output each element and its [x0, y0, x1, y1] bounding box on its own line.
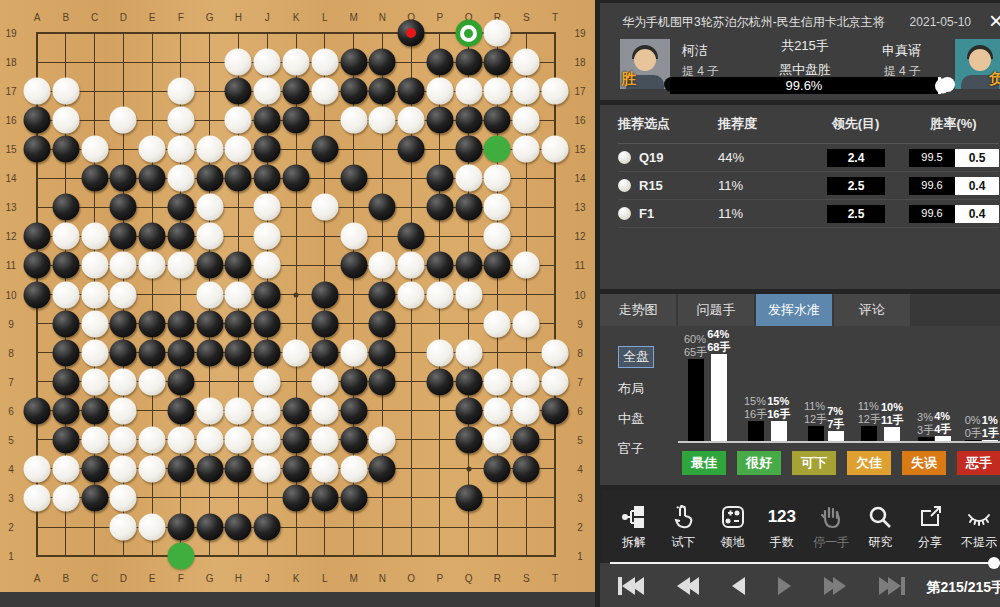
black-stone-B11 — [52, 252, 79, 279]
coord-label: 12 — [574, 231, 585, 242]
white-stone-C7 — [81, 368, 108, 395]
coord-label: 3 — [577, 492, 583, 503]
black-stone-R16 — [484, 107, 511, 134]
coord-label: 2 — [577, 522, 583, 533]
close-icon[interactable]: × — [981, 9, 1000, 35]
category-chip-欠佳: 欠佳 — [847, 451, 891, 475]
black-stone-L9 — [311, 310, 338, 337]
black-stone-N17 — [369, 78, 396, 105]
coord-label: 4 — [8, 463, 14, 474]
white-stone-O16 — [398, 107, 425, 134]
black-stone-E8 — [139, 339, 166, 366]
black-stone-P18 — [426, 49, 453, 76]
bar-label: 11%12手 — [858, 400, 881, 426]
coord-label: S — [523, 12, 530, 23]
black-stone-G9 — [196, 310, 223, 337]
black-stone-Q13 — [455, 194, 482, 221]
black-stone-G2 — [196, 514, 223, 541]
white-stone-J18 — [254, 49, 281, 76]
black-stone-P7 — [426, 368, 453, 395]
black-stone-L15 — [311, 136, 338, 163]
black-stone-N10 — [369, 281, 396, 308]
black-stone-K14 — [283, 165, 310, 192]
bar-label: 64%68手 — [707, 328, 730, 354]
black-stone-T6 — [542, 397, 569, 424]
black-stone-K17 — [283, 78, 310, 105]
white-stone-J12 — [254, 223, 281, 250]
black-stone-D8 — [110, 339, 137, 366]
black-stone-Q6 — [455, 397, 482, 424]
white-stone-N5 — [369, 426, 396, 453]
coord-label: H — [235, 573, 242, 584]
coord-label: P — [437, 12, 444, 23]
black-stone-H8 — [225, 339, 252, 366]
col-header-degree: 推荐度 — [718, 115, 803, 133]
coord-label: 4 — [577, 463, 583, 474]
coord-label: J — [265, 12, 270, 23]
black-stone-B5 — [52, 426, 79, 453]
coord-label: 13 — [574, 202, 585, 213]
coord-label: 10 — [5, 289, 16, 300]
top-recommendation-marker — [455, 20, 482, 47]
coord-label: 9 — [577, 318, 583, 329]
bar-label: 7%7手 — [827, 405, 844, 431]
white-stone-F16 — [167, 107, 194, 134]
coord-label: C — [91, 12, 98, 23]
bar-group-失误: 3%3手4%4手 — [917, 410, 951, 441]
white-stone-A17 — [24, 78, 51, 105]
coord-label: R — [494, 573, 501, 584]
white-stone-C15 — [81, 136, 108, 163]
fast-forward-button[interactable] — [824, 577, 846, 595]
white-stone-F15 — [167, 136, 194, 163]
territory-button[interactable]: 领地 — [711, 504, 755, 551]
coord-label: 1 — [577, 551, 583, 562]
black-bar-失误 — [918, 437, 934, 441]
black-result-badge: 胜 — [621, 70, 636, 89]
white-stone-C10 — [81, 281, 108, 308]
recommendation-row[interactable]: R15 11% 2.5 99.6 0.4 — [618, 172, 999, 200]
white-stone-D7 — [110, 368, 137, 395]
white-stone-S16 — [513, 107, 540, 134]
black-stone-Q3 — [455, 484, 482, 511]
black-stone-M11 — [340, 252, 367, 279]
black-stone-A16 — [24, 107, 51, 134]
black-stone-H4 — [225, 455, 252, 482]
white-stone-L5 — [311, 426, 338, 453]
coord-label: T — [552, 573, 558, 584]
coord-label: 16 — [574, 115, 585, 126]
coord-label: 9 — [8, 318, 14, 329]
black-stone-M5 — [340, 426, 367, 453]
scope-endgame[interactable]: 官子 — [618, 440, 654, 458]
black-stone-E9 — [139, 310, 166, 337]
white-stone-K8 — [283, 339, 310, 366]
black-stone-F12 — [167, 223, 194, 250]
black-stone-H2 — [225, 514, 252, 541]
coord-label: K — [293, 573, 300, 584]
white-stone-L4 — [311, 455, 338, 482]
go-board[interactable]: AABBCCDDEEFFGGHHJJKKLLMMNNOOPPQQRRSSTT19… — [0, 0, 595, 592]
coord-label: 18 — [5, 57, 16, 68]
move-slider[interactable] — [610, 554, 1000, 572]
coord-label: G — [206, 573, 214, 584]
pass-hand-icon — [818, 504, 844, 530]
coord-label: P — [437, 573, 444, 584]
white-stone-N16 — [369, 107, 396, 134]
black-stone-M3 — [340, 484, 367, 511]
white-stone-G6 — [196, 397, 223, 424]
white-stone-B12 — [52, 223, 79, 250]
black-stone-J10 — [254, 281, 281, 308]
white-stone-S7 — [513, 368, 540, 395]
black-stone-O12 — [398, 223, 425, 250]
black-stone-D12 — [110, 223, 137, 250]
white-stone-icon — [618, 179, 631, 192]
coord-label: C — [91, 573, 98, 584]
white-stone-Q10 — [455, 281, 482, 308]
black-stone-M17 — [340, 78, 367, 105]
black-stone-A10 — [24, 281, 51, 308]
coord-label: 11 — [6, 260, 16, 271]
white-stone-R7 — [484, 368, 511, 395]
black-stone-G11 — [196, 252, 223, 279]
black-stone-G8 — [196, 339, 223, 366]
back-one-button[interactable] — [732, 577, 745, 595]
white-stone-S9 — [513, 310, 540, 337]
white-stone-B16 — [52, 107, 79, 134]
black-stone-C3 — [81, 484, 108, 511]
game-title: 华为手机围甲3轮苏泊尔杭州-民生信用卡北京主将 — [622, 14, 910, 31]
white-stone-E11 — [139, 252, 166, 279]
analysis-panel: 华为手机围甲3轮苏泊尔杭州-民生信用卡北京主将 2021-05-10 × 胜 柯… — [595, 0, 1000, 607]
black-stone-N13 — [369, 194, 396, 221]
coord-label: N — [379, 12, 386, 23]
coord-label: 18 — [574, 57, 585, 68]
black-stone-A15 — [24, 136, 51, 163]
white-stone-H18 — [225, 49, 252, 76]
coord-label: 6 — [8, 405, 14, 416]
coord-label: 19 — [574, 28, 585, 39]
black-stone-Q11 — [455, 252, 482, 279]
white-stone-M16 — [340, 107, 367, 134]
coord-label: F — [178, 12, 184, 23]
move-numbers-icon: 123 — [768, 504, 796, 530]
rec-win-white: 0.4 — [955, 205, 999, 223]
white-stone-M4 — [340, 455, 367, 482]
scope-middlegame[interactable]: 中盘 — [618, 410, 654, 428]
coord-label: 11 — [575, 260, 585, 271]
app-window: AABBCCDDEEFFGGHHJJKKLLMMNNOOPPQQRRSSTT19… — [0, 0, 1000, 607]
white-stone-H5 — [225, 426, 252, 453]
rec-win-white: 0.4 — [955, 177, 999, 195]
coord-label: A — [34, 573, 41, 584]
rec-degree: 11% — [718, 206, 803, 221]
black-stone-C4 — [81, 455, 108, 482]
col-header-lead: 领先(目) — [803, 115, 908, 133]
black-stone-J8 — [254, 339, 281, 366]
black-stone-K3 — [283, 484, 310, 511]
white-stone-G10 — [196, 281, 223, 308]
coord-label: B — [62, 12, 69, 23]
white-stone-E2 — [139, 514, 166, 541]
slider-knob[interactable] — [988, 557, 1000, 569]
black-stone-M7 — [340, 368, 367, 395]
rec-win-black: 99.6 — [909, 205, 955, 223]
white-stone-R17 — [484, 78, 511, 105]
white-stone-R9 — [484, 310, 511, 337]
coord-label: 5 — [577, 434, 583, 445]
white-stone-H10 — [225, 281, 252, 308]
black-stone-Q16 — [455, 107, 482, 134]
white-stone-G5 — [196, 426, 223, 453]
black-stone-F13 — [167, 194, 194, 221]
coord-label: 14 — [574, 173, 585, 184]
white-stone-N11 — [369, 252, 396, 279]
bar-group-恶手: 0%0手1%1手 — [965, 414, 999, 441]
coord-label: J — [265, 573, 270, 584]
black-stone-H9 — [225, 310, 252, 337]
white-stone-T17 — [542, 78, 569, 105]
white-stone-D2 — [110, 514, 137, 541]
no-hint-button[interactable]: 不提示 — [957, 504, 1000, 551]
white-stone-F14 — [167, 165, 194, 192]
white-stone-C8 — [81, 339, 108, 366]
white-stone-T8 — [542, 339, 569, 366]
black-stone-B7 — [52, 368, 79, 395]
black-stone-J9 — [254, 310, 281, 337]
black-stone-P11 — [426, 252, 453, 279]
black-stone-B15 — [52, 136, 79, 163]
black-stone-B9 — [52, 310, 79, 337]
dissect-button[interactable]: 拆解 — [612, 504, 656, 551]
white-player-avatar: 负 — [955, 39, 1000, 89]
black-stone-O17 — [398, 78, 425, 105]
white-stone-R6 — [484, 397, 511, 424]
black-stone-B6 — [52, 397, 79, 424]
coord-label: B — [62, 573, 69, 584]
black-stone-A6 — [24, 397, 51, 424]
fast-backward-button[interactable] — [677, 577, 699, 595]
winrate-bar-black: 99.6% — [670, 77, 938, 94]
toolbar: 拆解 试下 领地 123 手数 停一手 研究 — [602, 491, 1000, 563]
coord-label: 2 — [8, 522, 14, 533]
bar-label: 15%16手 — [744, 395, 767, 421]
white-bar-很好 — [771, 421, 787, 441]
black-stone-L3 — [311, 484, 338, 511]
black-stone-N9 — [369, 310, 396, 337]
white-stone-C11 — [81, 252, 108, 279]
white-stone-G13 — [196, 194, 223, 221]
recommendation-row[interactable]: Q19 44% 2.4 99.5 0.5 — [618, 144, 999, 172]
recommendation-row[interactable]: F1 11% 2.5 99.6 0.4 — [618, 200, 999, 228]
no-hint-eye-icon — [966, 504, 992, 530]
white-stone-D5 — [110, 426, 137, 453]
black-stone-A12 — [24, 223, 51, 250]
coord-label: 17 — [5, 86, 16, 97]
black-stone-S4 — [513, 455, 540, 482]
white-stone-J11 — [254, 252, 281, 279]
coord-label: 6 — [577, 405, 583, 416]
white-stone-L17 — [311, 78, 338, 105]
white-stone-O10 — [398, 281, 425, 308]
total-moves: 共215手 — [750, 37, 860, 55]
white-stone-P17 — [426, 78, 453, 105]
coord-label: D — [120, 12, 127, 23]
white-stone-L18 — [311, 49, 338, 76]
black-bar-很好 — [748, 421, 764, 441]
white-stone-A3 — [24, 484, 51, 511]
white-stone-G12 — [196, 223, 223, 250]
analysis-tabs-section: 走势图 问题手 发挥水准 评论 全盘 布局 中盘 官子 60%65手64%68手… — [600, 294, 1000, 485]
white-stone-D16 — [110, 107, 137, 134]
white-stone-E5 — [139, 426, 166, 453]
move-counter: 第215/215手 — [926, 579, 1000, 597]
coord-label: M — [349, 12, 357, 23]
white-stone-H16 — [225, 107, 252, 134]
white-stone-R5 — [484, 426, 511, 453]
black-stone-P16 — [426, 107, 453, 134]
coord-label: E — [149, 573, 156, 584]
coord-label: T — [552, 12, 558, 23]
black-stone-Q18 — [455, 49, 482, 76]
black-stone-K16 — [283, 107, 310, 134]
black-stone-B8 — [52, 339, 79, 366]
recommendation-marker — [167, 543, 194, 570]
white-stone-F17 — [167, 78, 194, 105]
black-bar-恶手 — [965, 440, 981, 441]
bar-label: 15%16手 — [767, 395, 790, 421]
game-date: 2021-05-10 — [910, 15, 971, 29]
black-stone-A11 — [24, 252, 51, 279]
white-bar-恶手 — [982, 440, 998, 441]
black-stone-O15 — [398, 136, 425, 163]
coord-label: Q — [465, 573, 473, 584]
white-stone-D10 — [110, 281, 137, 308]
move-numbers-button[interactable]: 123 手数 — [760, 504, 804, 551]
bar-label: 11%12手 — [804, 400, 827, 426]
white-result-badge: 负 — [989, 70, 1000, 89]
white-stone-H15 — [225, 136, 252, 163]
white-stone-P8 — [426, 339, 453, 366]
white-stone-R14 — [484, 165, 511, 192]
category-chip-很好: 很好 — [737, 451, 781, 475]
share-button[interactable]: 分享 — [908, 504, 952, 551]
black-stone-K6 — [283, 397, 310, 424]
coord-label: 8 — [8, 347, 14, 358]
black-stone-J15 — [254, 136, 281, 163]
pass-button[interactable]: 停一手 — [809, 504, 853, 551]
black-stone-H14 — [225, 165, 252, 192]
black-stone-J2 — [254, 514, 281, 541]
coord-label: 15 — [574, 144, 585, 155]
coord-label: E — [149, 12, 156, 23]
black-stone-P13 — [426, 194, 453, 221]
coord-label: K — [293, 12, 300, 23]
coord-label: 1 — [8, 551, 14, 562]
bar-group-最佳: 60%65手64%68手 — [684, 328, 731, 441]
recommendation-table: 推荐选点 推荐度 领先(目) 胜率(%) Q19 44% 2.4 99.5 0.… — [600, 105, 1000, 289]
white-stone-J17 — [254, 78, 281, 105]
category-chip-恶手: 恶手 — [957, 451, 1000, 475]
white-stone-Q14 — [455, 165, 482, 192]
coord-label: 3 — [8, 492, 14, 503]
white-stone-L6 — [311, 397, 338, 424]
category-chip-最佳: 最佳 — [682, 451, 726, 475]
black-bar-可下 — [808, 426, 824, 441]
coord-label: 17 — [574, 86, 585, 97]
tab-trend[interactable]: 走势图 — [600, 294, 678, 326]
coord-label: 19 — [5, 28, 16, 39]
move-navigation: 第215/215手 — [600, 563, 1000, 607]
coord-label: 7 — [577, 376, 583, 387]
white-bar-失误 — [935, 436, 951, 441]
research-button[interactable]: 研究 — [858, 504, 902, 551]
white-stone-J7 — [254, 368, 281, 395]
white-stone-J13 — [254, 194, 281, 221]
white-stone-S11 — [513, 252, 540, 279]
coord-label: 15 — [5, 144, 16, 155]
col-header-winrate: 胜率(%) — [908, 115, 999, 133]
rec-lead: 2.4 — [827, 149, 885, 167]
rec-point: R15 — [639, 178, 718, 193]
coord-label: D — [120, 573, 127, 584]
black-stone-B13 — [52, 194, 79, 221]
black-stone-F4 — [167, 455, 194, 482]
white-stone-B4 — [52, 455, 79, 482]
white-stone-D6 — [110, 397, 137, 424]
white-stone-C5 — [81, 426, 108, 453]
black-stone-Q7 — [455, 368, 482, 395]
bar-group-可下: 11%12手7%7手 — [804, 400, 844, 441]
black-stone-K4 — [283, 455, 310, 482]
rec-degree: 11% — [718, 178, 803, 193]
white-stone-J5 — [254, 426, 281, 453]
black-stone-R11 — [484, 252, 511, 279]
white-player-name: 申真谞 — [882, 42, 921, 60]
go-to-end-button[interactable] — [879, 577, 905, 595]
white-stone-S18 — [513, 49, 540, 76]
scope-opening[interactable]: 布局 — [618, 380, 654, 398]
go-to-start-button[interactable] — [618, 577, 644, 595]
forward-one-button[interactable] — [778, 577, 791, 595]
coord-label: L — [322, 12, 328, 23]
white-stone-R12 — [484, 223, 511, 250]
try-move-button[interactable]: 试下 — [661, 504, 705, 551]
coord-label: 14 — [5, 173, 16, 184]
category-chip-失误: 失误 — [902, 451, 946, 475]
coord-label: G — [206, 12, 214, 23]
try-hand-icon — [670, 504, 696, 530]
black-stone-K5 — [283, 426, 310, 453]
coord-label: A — [34, 12, 41, 23]
bar-label: 1%1手 — [982, 414, 999, 440]
white-stone-icon — [618, 151, 631, 164]
coord-label: L — [322, 573, 328, 584]
white-stone-K18 — [283, 49, 310, 76]
white-stone-S17 — [513, 78, 540, 105]
black-stone-G14 — [196, 165, 223, 192]
bar-label: 10%11手 — [881, 401, 904, 427]
coord-label: H — [235, 12, 242, 23]
winrate-bar: 99.6% — [670, 77, 941, 94]
scope-whole-game[interactable]: 全盘 — [618, 346, 654, 368]
white-stone-E15 — [139, 136, 166, 163]
white-stone-D11 — [110, 252, 137, 279]
bar-label: 4%4手 — [934, 410, 951, 436]
black-stone-E12 — [139, 223, 166, 250]
white-stone-S15 — [513, 136, 540, 163]
